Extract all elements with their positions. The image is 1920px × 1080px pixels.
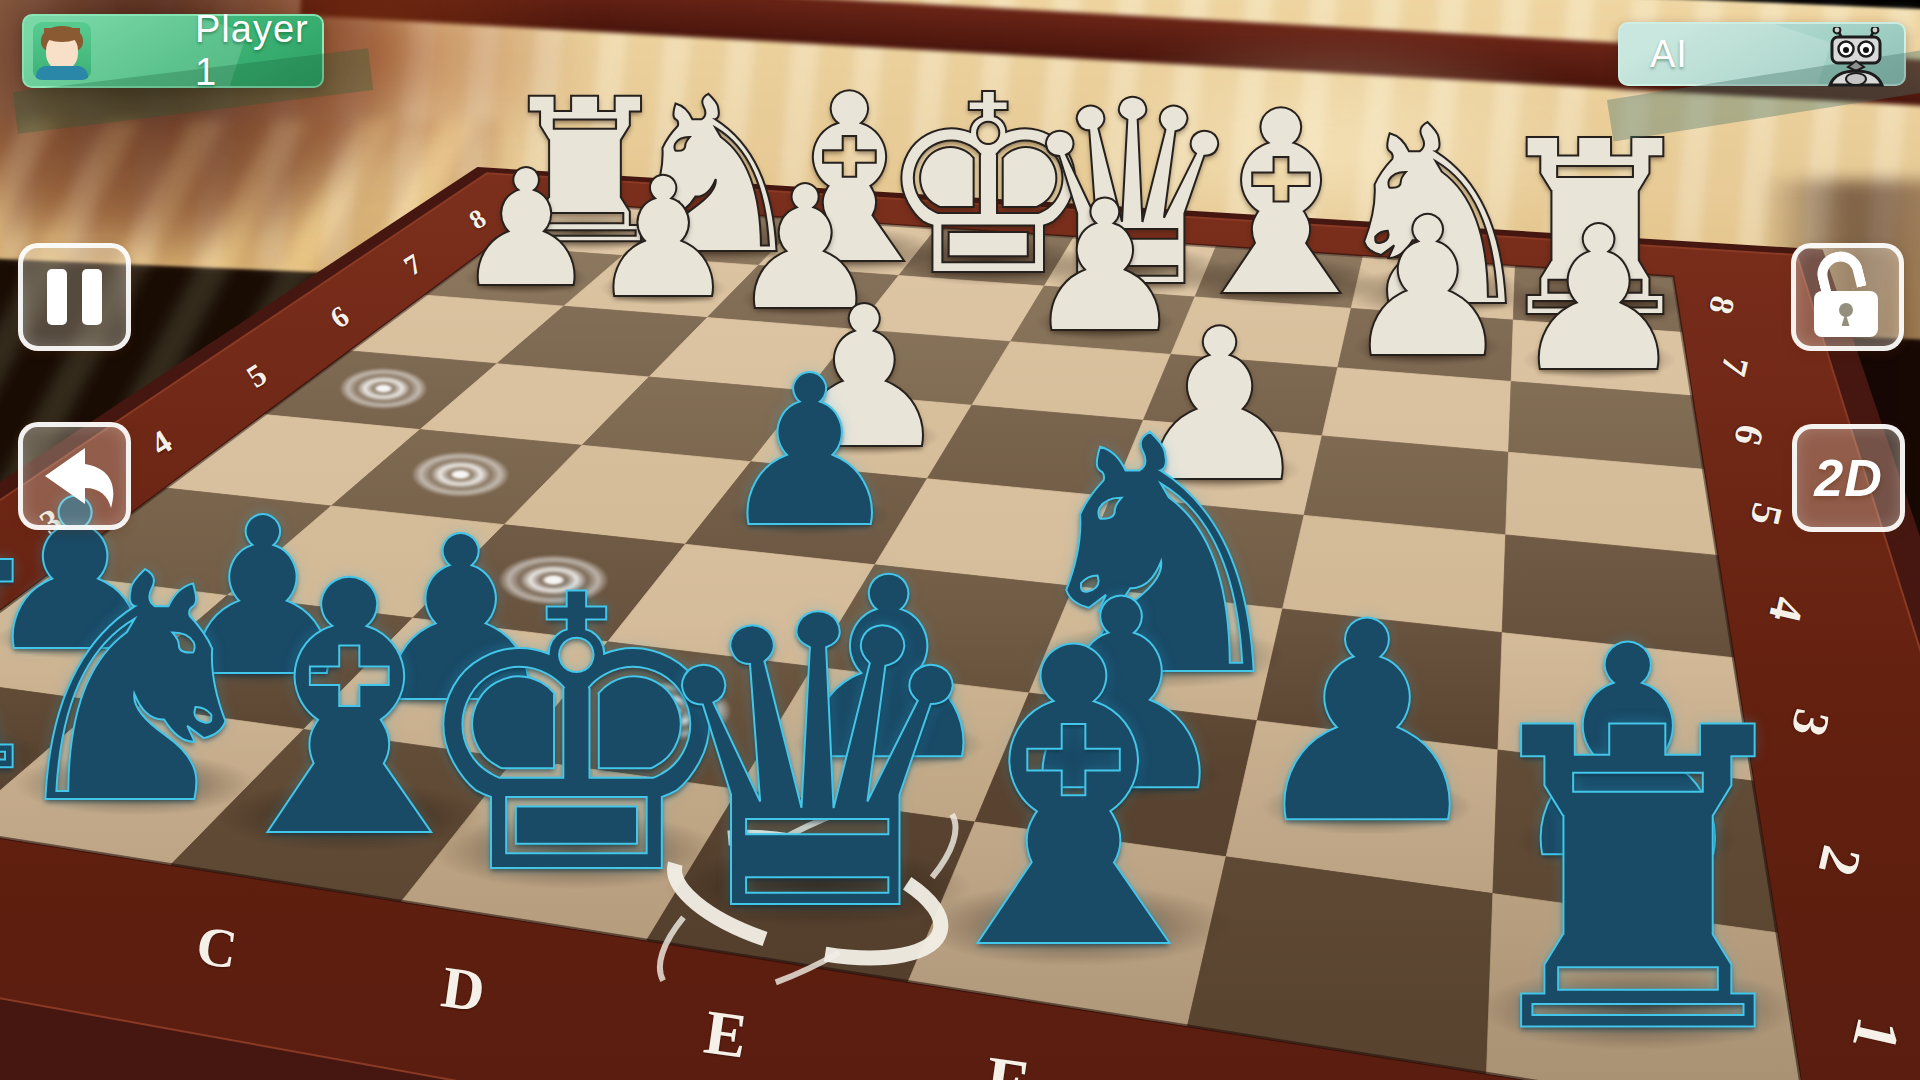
game-screen: ABCDEFGH1122334455667788 ♜♞♝♚♛♝♞♜♟♟♟♟♟♟♟… bbox=[0, 0, 1920, 1080]
unlock-icon bbox=[1808, 255, 1888, 339]
avatar-fringe bbox=[44, 28, 80, 42]
piece-ivory-pawn-g7[interactable]: ♟ bbox=[1331, 192, 1524, 385]
avatar-shirt bbox=[36, 66, 88, 80]
robot-icon bbox=[1820, 27, 1892, 87]
view-2d-label: 2D bbox=[1814, 448, 1882, 508]
player1-banner: Player 1 bbox=[22, 14, 324, 88]
view-2d-button[interactable]: 2D bbox=[1792, 424, 1905, 532]
piece-blue-rook-h1[interactable]: ♜ bbox=[1431, 676, 1846, 1080]
lock-button[interactable] bbox=[1791, 243, 1904, 351]
piece-ivory-pawn-h7[interactable]: ♟ bbox=[1499, 200, 1699, 400]
pause-button[interactable] bbox=[18, 243, 131, 351]
ai-name: AI bbox=[1650, 33, 1688, 76]
undo-arrow-icon bbox=[33, 440, 117, 512]
undo-button[interactable] bbox=[18, 422, 131, 530]
ai-banner: AI bbox=[1618, 22, 1906, 86]
pause-icon bbox=[47, 269, 102, 325]
piece-blue-bishop-f1[interactable]: ♝ bbox=[869, 597, 1279, 1007]
player1-name: Player 1 bbox=[195, 8, 322, 94]
player1-avatar bbox=[33, 22, 91, 80]
